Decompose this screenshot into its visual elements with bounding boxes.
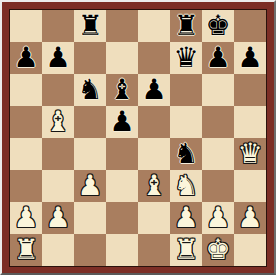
square-e6[interactable]: ♟ [138, 74, 170, 106]
square-a1[interactable]: ♜ [10, 234, 42, 266]
square-a5[interactable] [10, 106, 42, 138]
black-pawn[interactable]: ♟ [109, 106, 134, 138]
square-a3[interactable] [10, 170, 42, 202]
square-d7[interactable] [106, 42, 138, 74]
square-f5[interactable] [170, 106, 202, 138]
square-c1[interactable] [74, 234, 106, 266]
white-knight[interactable]: ♞ [173, 170, 198, 202]
square-f8[interactable]: ♜ [170, 10, 202, 42]
square-b7[interactable]: ♟ [42, 42, 74, 74]
square-a2[interactable]: ♟ [10, 202, 42, 234]
square-e1[interactable] [138, 234, 170, 266]
square-d4[interactable] [106, 138, 138, 170]
square-g8[interactable]: ♚ [202, 10, 234, 42]
square-b3[interactable] [42, 170, 74, 202]
square-d3[interactable] [106, 170, 138, 202]
square-a7[interactable]: ♟ [10, 42, 42, 74]
square-f3[interactable]: ♞ [170, 170, 202, 202]
white-pawn[interactable]: ♟ [173, 202, 198, 234]
square-d1[interactable] [106, 234, 138, 266]
square-h2[interactable]: ♟ [234, 202, 266, 234]
black-knight[interactable]: ♞ [173, 138, 198, 170]
square-g6[interactable] [202, 74, 234, 106]
white-bishop[interactable]: ♝ [45, 106, 70, 138]
black-knight[interactable]: ♞ [77, 74, 102, 106]
black-king[interactable]: ♚ [205, 10, 230, 42]
square-c7[interactable] [74, 42, 106, 74]
white-king[interactable]: ♚ [205, 234, 230, 266]
square-c3[interactable]: ♟ [74, 170, 106, 202]
square-f2[interactable]: ♟ [170, 202, 202, 234]
square-c6[interactable]: ♞ [74, 74, 106, 106]
white-pawn[interactable]: ♟ [13, 202, 38, 234]
square-h8[interactable] [234, 10, 266, 42]
square-c4[interactable] [74, 138, 106, 170]
square-b5[interactable]: ♝ [42, 106, 74, 138]
white-bishop[interactable]: ♝ [141, 170, 166, 202]
white-pawn[interactable]: ♟ [77, 170, 102, 202]
square-g7[interactable]: ♟ [202, 42, 234, 74]
square-f7[interactable]: ♛ [170, 42, 202, 74]
chess-window: ♜♜♚♟♟♛♟♟♞♝♟♝♟♞♛♟♝♞♟♟♟♟♟♜♜♚ [0, 0, 276, 275]
square-e2[interactable] [138, 202, 170, 234]
square-h4[interactable]: ♛ [234, 138, 266, 170]
square-e3[interactable]: ♝ [138, 170, 170, 202]
square-b1[interactable] [42, 234, 74, 266]
chess-board: ♜♜♚♟♟♛♟♟♞♝♟♝♟♞♛♟♝♞♟♟♟♟♟♜♜♚ [9, 9, 267, 267]
square-c5[interactable] [74, 106, 106, 138]
square-a4[interactable] [10, 138, 42, 170]
square-b2[interactable]: ♟ [42, 202, 74, 234]
square-c8[interactable]: ♜ [74, 10, 106, 42]
square-a8[interactable] [10, 10, 42, 42]
square-g2[interactable]: ♟ [202, 202, 234, 234]
square-b8[interactable] [42, 10, 74, 42]
square-e5[interactable] [138, 106, 170, 138]
square-e8[interactable] [138, 10, 170, 42]
square-d8[interactable] [106, 10, 138, 42]
black-pawn[interactable]: ♟ [141, 74, 166, 106]
square-g4[interactable] [202, 138, 234, 170]
square-h1[interactable] [234, 234, 266, 266]
white-rook[interactable]: ♜ [13, 234, 38, 266]
square-b6[interactable] [42, 74, 74, 106]
square-a6[interactable] [10, 74, 42, 106]
square-b4[interactable] [42, 138, 74, 170]
white-pawn[interactable]: ♟ [237, 202, 262, 234]
square-g1[interactable]: ♚ [202, 234, 234, 266]
white-rook[interactable]: ♜ [173, 234, 198, 266]
square-h7[interactable]: ♟ [234, 42, 266, 74]
square-f1[interactable]: ♜ [170, 234, 202, 266]
square-d2[interactable] [106, 202, 138, 234]
square-d6[interactable]: ♝ [106, 74, 138, 106]
square-h3[interactable] [234, 170, 266, 202]
white-queen[interactable]: ♛ [237, 138, 262, 170]
black-pawn[interactable]: ♟ [205, 42, 230, 74]
square-f6[interactable] [170, 74, 202, 106]
square-g5[interactable] [202, 106, 234, 138]
square-e7[interactable] [138, 42, 170, 74]
black-pawn[interactable]: ♟ [45, 42, 70, 74]
black-queen[interactable]: ♛ [173, 42, 198, 74]
square-d5[interactable]: ♟ [106, 106, 138, 138]
board-frame: ♜♜♚♟♟♛♟♟♞♝♟♝♟♞♛♟♝♞♟♟♟♟♟♜♜♚ [0, 0, 276, 275]
white-pawn[interactable]: ♟ [205, 202, 230, 234]
black-pawn[interactable]: ♟ [13, 42, 38, 74]
black-rook[interactable]: ♜ [173, 10, 198, 42]
square-c2[interactable] [74, 202, 106, 234]
square-e4[interactable] [138, 138, 170, 170]
white-pawn[interactable]: ♟ [45, 202, 70, 234]
black-pawn[interactable]: ♟ [237, 42, 262, 74]
black-bishop[interactable]: ♝ [109, 74, 134, 106]
square-g3[interactable] [202, 170, 234, 202]
square-h5[interactable] [234, 106, 266, 138]
square-f4[interactable]: ♞ [170, 138, 202, 170]
black-rook[interactable]: ♜ [77, 10, 102, 42]
square-h6[interactable] [234, 74, 266, 106]
